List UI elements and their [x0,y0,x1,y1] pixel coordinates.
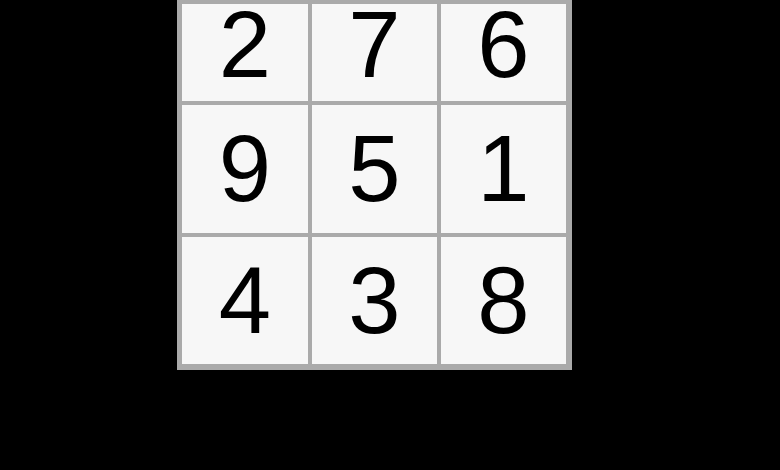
digit-r2c3: 1 [477,115,529,223]
cell-r3c1: 4 [182,237,308,364]
cell-r3c3: 8 [441,237,566,364]
cell-r2c1: 9 [182,105,308,233]
canvas-background: 2 7 6 9 5 1 4 3 8 [0,0,780,470]
cell-r1c2: 7 [312,4,437,101]
digit-r3c2: 3 [348,247,400,355]
cell-r3c2: 3 [312,237,437,364]
digit-r2c1: 9 [219,115,271,223]
digit-r2c2: 5 [348,115,400,223]
cell-r2c2: 5 [312,105,437,233]
digit-r1c3: 6 [477,4,529,99]
cell-r1c3: 6 [441,4,566,101]
digit-r3c3: 8 [477,247,529,355]
magic-square-board: 2 7 6 9 5 1 4 3 8 [177,0,572,370]
digit-r3c1: 4 [219,247,271,355]
cell-r2c3: 1 [441,105,566,233]
cell-r1c1: 2 [182,4,308,101]
digit-r1c2: 7 [348,4,400,99]
digit-r1c1: 2 [219,4,271,99]
